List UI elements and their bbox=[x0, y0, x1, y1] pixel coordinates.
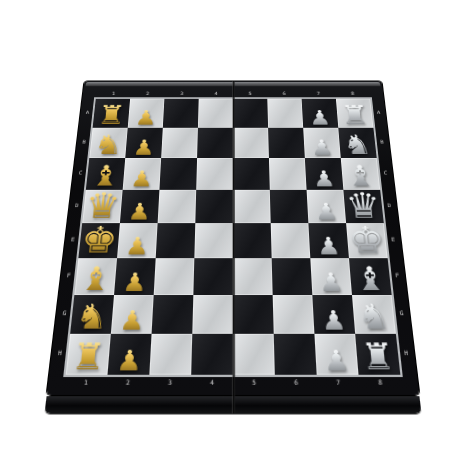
piece-silver-black-pawn: ♟ bbox=[314, 200, 339, 223]
square-e2: ♟ bbox=[117, 223, 158, 258]
piece-gold-white-pawn: ♟ bbox=[135, 108, 158, 128]
coord-label-top-1: 2 bbox=[130, 90, 165, 96]
coord-label-bottom-1: 2 bbox=[107, 377, 150, 386]
square-a4 bbox=[198, 99, 233, 128]
square-f7: ♟ bbox=[310, 258, 352, 295]
square-b8: ♞ bbox=[338, 128, 376, 158]
piece-gold-white-knight: ♞ bbox=[93, 131, 124, 158]
square-a3 bbox=[163, 99, 199, 128]
square-h7: ♟ bbox=[314, 334, 358, 375]
board-body: 12345678 12345678 ABCDEFGH ABCDEFGH ♜♟♟♜… bbox=[45, 81, 422, 413]
coord-label-bottom-6: 7 bbox=[317, 377, 360, 386]
square-c3 bbox=[159, 158, 197, 190]
square-a8: ♜ bbox=[336, 99, 373, 128]
piece-gold-white-rook: ♜ bbox=[70, 338, 107, 375]
square-b4 bbox=[197, 128, 233, 158]
square-g6 bbox=[273, 295, 315, 334]
chessboard: 12345678 12345678 ABCDEFGH ABCDEFGH ♜♟♟♜… bbox=[45, 81, 422, 413]
square-g1: ♞ bbox=[70, 295, 114, 334]
piece-gold-white-pawn: ♟ bbox=[125, 234, 150, 258]
square-c2: ♟ bbox=[123, 158, 162, 190]
square-e4 bbox=[194, 223, 233, 258]
coord-label-top-7: 8 bbox=[335, 90, 370, 96]
square-e3 bbox=[156, 223, 196, 258]
coord-label-top-2: 3 bbox=[165, 90, 199, 96]
square-d7: ♟ bbox=[307, 190, 347, 223]
square-e1: ♚ bbox=[78, 223, 120, 258]
square-a6 bbox=[267, 99, 303, 128]
coord-label-bottom-5: 6 bbox=[275, 377, 317, 386]
square-e6 bbox=[271, 223, 311, 258]
coord-label-bottom-2: 3 bbox=[149, 377, 191, 386]
square-g5 bbox=[233, 295, 274, 334]
square-a2: ♟ bbox=[128, 99, 165, 128]
square-g8: ♞ bbox=[352, 295, 396, 334]
square-f4 bbox=[193, 258, 233, 295]
piece-gold-white-knight: ♞ bbox=[74, 299, 110, 334]
fold-seam-icon bbox=[232, 81, 235, 413]
coord-label-top-6: 7 bbox=[301, 90, 336, 96]
square-a1: ♜ bbox=[93, 99, 130, 128]
square-d4 bbox=[195, 190, 233, 223]
square-e8: ♚ bbox=[346, 223, 388, 258]
square-a7: ♟ bbox=[302, 99, 339, 128]
piece-gold-white-pawn: ♟ bbox=[122, 270, 148, 295]
square-f2: ♟ bbox=[114, 258, 156, 295]
square-h5 bbox=[233, 334, 275, 375]
piece-silver-black-pawn: ♟ bbox=[316, 234, 341, 258]
piece-silver-black-pawn: ♟ bbox=[311, 137, 334, 158]
coord-label-bottom-7: 8 bbox=[359, 377, 402, 386]
piece-silver-black-pawn: ♟ bbox=[318, 270, 344, 295]
square-h2: ♟ bbox=[107, 334, 151, 375]
piece-silver-black-king: ♚ bbox=[347, 221, 387, 258]
coord-label-top-3: 4 bbox=[199, 90, 233, 96]
square-d2: ♟ bbox=[120, 190, 160, 223]
square-e5 bbox=[233, 223, 272, 258]
square-b3 bbox=[161, 128, 198, 158]
square-f6 bbox=[272, 258, 313, 295]
square-h3 bbox=[149, 334, 192, 375]
square-b5 bbox=[233, 128, 269, 158]
square-a5 bbox=[233, 99, 268, 128]
piece-gold-white-pawn: ♟ bbox=[127, 200, 152, 223]
square-d6 bbox=[270, 190, 309, 223]
square-c4 bbox=[196, 158, 233, 190]
piece-gold-white-pawn: ♟ bbox=[119, 307, 146, 334]
piece-gold-white-pawn: ♟ bbox=[132, 137, 155, 158]
square-h4 bbox=[191, 334, 233, 375]
square-g7: ♟ bbox=[312, 295, 355, 334]
piece-gold-white-bishop: ♝ bbox=[78, 262, 113, 295]
square-f3 bbox=[154, 258, 195, 295]
coord-label-top-5: 6 bbox=[267, 90, 301, 96]
square-h6 bbox=[274, 334, 317, 375]
coord-label-bottom-0: 1 bbox=[64, 377, 107, 386]
square-c6 bbox=[269, 158, 307, 190]
piece-gold-white-rook: ♜ bbox=[96, 102, 126, 128]
square-c7: ♟ bbox=[305, 158, 344, 190]
square-d3 bbox=[158, 190, 197, 223]
piece-silver-black-knight: ♞ bbox=[342, 131, 373, 158]
chess-set-photo: 12345678 12345678 ABCDEFGH ABCDEFGH ♜♟♟♜… bbox=[66, 46, 400, 408]
coord-label-top-4: 5 bbox=[233, 90, 267, 96]
piece-silver-black-pawn: ♟ bbox=[309, 108, 332, 128]
square-b2: ♟ bbox=[125, 128, 163, 158]
square-h1: ♜ bbox=[66, 334, 111, 375]
piece-silver-black-rook: ♜ bbox=[340, 102, 370, 128]
square-g3 bbox=[152, 295, 194, 334]
piece-silver-black-pawn: ♟ bbox=[312, 168, 336, 190]
coord-label-bottom-4: 5 bbox=[233, 377, 275, 386]
piece-silver-black-knight: ♞ bbox=[356, 299, 392, 334]
piece-silver-black-rook: ♜ bbox=[360, 338, 397, 375]
piece-gold-white-pawn: ♟ bbox=[130, 168, 154, 190]
coord-label-bottom-3: 4 bbox=[191, 377, 233, 386]
square-b7: ♟ bbox=[303, 128, 341, 158]
piece-gold-white-pawn: ♟ bbox=[116, 347, 143, 375]
square-h8: ♜ bbox=[355, 334, 400, 375]
coord-label-top-0: 1 bbox=[96, 90, 131, 96]
square-b1: ♞ bbox=[89, 128, 127, 158]
square-b6 bbox=[268, 128, 305, 158]
square-d5 bbox=[233, 190, 271, 223]
square-g2: ♟ bbox=[111, 295, 154, 334]
piece-silver-black-bishop: ♝ bbox=[353, 262, 388, 295]
square-c5 bbox=[233, 158, 270, 190]
square-f8: ♝ bbox=[349, 258, 392, 295]
piece-silver-black-pawn: ♟ bbox=[323, 347, 350, 375]
piece-gold-white-king: ♚ bbox=[79, 221, 119, 258]
square-f5 bbox=[233, 258, 273, 295]
square-f1: ♝ bbox=[74, 258, 117, 295]
square-g4 bbox=[192, 295, 233, 334]
piece-silver-black-pawn: ♟ bbox=[321, 307, 348, 334]
square-e7: ♟ bbox=[308, 223, 349, 258]
